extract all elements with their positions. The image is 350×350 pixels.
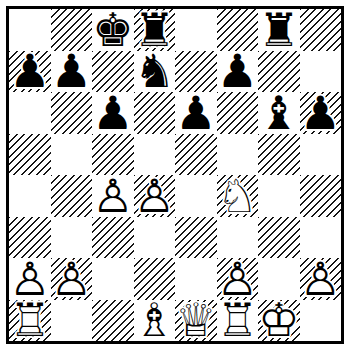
- square-g7[interactable]: [258, 51, 300, 93]
- square-c8[interactable]: ♚♚: [92, 9, 134, 51]
- piece-black-pawn[interactable]: ♟: [92, 92, 134, 134]
- square-a7[interactable]: ♟♟: [9, 51, 51, 93]
- square-a8[interactable]: [9, 9, 51, 51]
- pawn-piece-halo: ♟: [300, 258, 342, 300]
- pawn-piece-halo: ♟: [175, 92, 217, 134]
- piece-black-pawn[interactable]: ♟: [175, 92, 217, 134]
- square-g5[interactable]: [258, 134, 300, 176]
- pawn-piece-halo: ♟: [51, 258, 93, 300]
- piece-white-rook[interactable]: ♖: [9, 300, 51, 342]
- square-e6[interactable]: ♟♟: [175, 92, 217, 134]
- pawn-piece-halo: ♟: [134, 175, 176, 217]
- square-b3[interactable]: [51, 217, 93, 259]
- square-e5[interactable]: [175, 134, 217, 176]
- piece-white-bishop[interactable]: ♗: [134, 300, 176, 342]
- pawn-piece-halo: ♟: [217, 51, 259, 93]
- square-d8[interactable]: ♜♜: [134, 9, 176, 51]
- square-f4[interactable]: ♞♘: [217, 175, 259, 217]
- piece-white-pawn[interactable]: ♙: [51, 258, 93, 300]
- piece-white-knight[interactable]: ♘: [217, 175, 259, 217]
- square-c7[interactable]: [92, 51, 134, 93]
- square-d6[interactable]: [134, 92, 176, 134]
- square-h4[interactable]: [300, 175, 342, 217]
- rook-piece-halo: ♜: [258, 9, 300, 51]
- square-e8[interactable]: [175, 9, 217, 51]
- square-f8[interactable]: [217, 9, 259, 51]
- square-d7[interactable]: ♞♞: [134, 51, 176, 93]
- pawn-piece-halo: ♟: [92, 175, 134, 217]
- square-e7[interactable]: [175, 51, 217, 93]
- piece-black-bishop[interactable]: ♝: [258, 92, 300, 134]
- bishop-piece-halo: ♝: [134, 300, 176, 342]
- pawn-piece-halo: ♟: [300, 92, 342, 134]
- square-f1[interactable]: ♜♖: [217, 300, 259, 342]
- square-g6[interactable]: ♝♝: [258, 92, 300, 134]
- square-f7[interactable]: ♟♟: [217, 51, 259, 93]
- piece-black-pawn[interactable]: ♟: [300, 92, 342, 134]
- piece-black-pawn[interactable]: ♟: [9, 51, 51, 93]
- square-b1[interactable]: [51, 300, 93, 342]
- square-c2[interactable]: [92, 258, 134, 300]
- square-b5[interactable]: [51, 134, 93, 176]
- knight-piece-halo: ♞: [217, 175, 259, 217]
- rook-piece-halo: ♜: [9, 300, 51, 342]
- pawn-piece-halo: ♟: [51, 51, 93, 93]
- square-h6[interactable]: ♟♟: [300, 92, 342, 134]
- square-d3[interactable]: [134, 217, 176, 259]
- square-b4[interactable]: [51, 175, 93, 217]
- piece-black-rook[interactable]: ♜: [258, 9, 300, 51]
- square-c5[interactable]: [92, 134, 134, 176]
- square-c1[interactable]: [92, 300, 134, 342]
- square-d4[interactable]: ♟♙: [134, 175, 176, 217]
- square-a2[interactable]: ♟♙: [9, 258, 51, 300]
- chess-diagram-page: ♚♚♜♜♜♜♟♟♟♟♞♞♟♟♟♟♟♟♝♝♟♟♟♙♟♙♞♘♟♙♟♙♟♙♟♙♜♖♝♗…: [0, 0, 350, 350]
- piece-white-pawn[interactable]: ♙: [217, 258, 259, 300]
- square-d5[interactable]: [134, 134, 176, 176]
- piece-white-queen[interactable]: ♕: [175, 300, 217, 342]
- pawn-piece-halo: ♟: [92, 92, 134, 134]
- square-h8[interactable]: [300, 9, 342, 51]
- square-g3[interactable]: [258, 217, 300, 259]
- piece-black-pawn[interactable]: ♟: [217, 51, 259, 93]
- square-b8[interactable]: [51, 9, 93, 51]
- square-g2[interactable]: [258, 258, 300, 300]
- square-b7[interactable]: ♟♟: [51, 51, 93, 93]
- piece-white-pawn[interactable]: ♙: [9, 258, 51, 300]
- chess-board-frame: ♚♚♜♜♜♜♟♟♟♟♞♞♟♟♟♟♟♟♝♝♟♟♟♙♟♙♞♘♟♙♟♙♟♙♟♙♜♖♝♗…: [6, 6, 344, 344]
- square-e2[interactable]: [175, 258, 217, 300]
- square-g1[interactable]: ♚♔: [258, 300, 300, 342]
- square-e4[interactable]: [175, 175, 217, 217]
- square-d2[interactable]: [134, 258, 176, 300]
- piece-black-knight[interactable]: ♞: [134, 51, 176, 93]
- square-h2[interactable]: ♟♙: [300, 258, 342, 300]
- piece-white-rook[interactable]: ♖: [217, 300, 259, 342]
- square-f6[interactable]: [217, 92, 259, 134]
- queen-piece-halo: ♛: [175, 300, 217, 342]
- square-d1[interactable]: ♝♗: [134, 300, 176, 342]
- rook-piece-halo: ♜: [134, 9, 176, 51]
- square-e3[interactable]: [175, 217, 217, 259]
- square-a6[interactable]: [9, 92, 51, 134]
- piece-white-pawn[interactable]: ♙: [92, 175, 134, 217]
- pawn-piece-halo: ♟: [217, 258, 259, 300]
- square-f3[interactable]: [217, 217, 259, 259]
- square-h5[interactable]: [300, 134, 342, 176]
- square-h1[interactable]: [300, 300, 342, 342]
- chess-board: ♚♚♜♜♜♜♟♟♟♟♞♞♟♟♟♟♟♟♝♝♟♟♟♙♟♙♞♘♟♙♟♙♟♙♟♙♜♖♝♗…: [9, 9, 341, 341]
- rook-piece-halo: ♜: [217, 300, 259, 342]
- square-b2[interactable]: ♟♙: [51, 258, 93, 300]
- square-c6[interactable]: ♟♟: [92, 92, 134, 134]
- bishop-piece-halo: ♝: [258, 92, 300, 134]
- piece-white-king[interactable]: ♔: [258, 300, 300, 342]
- square-a5[interactable]: [9, 134, 51, 176]
- king-piece-halo: ♚: [258, 300, 300, 342]
- square-h3[interactable]: [300, 217, 342, 259]
- square-a4[interactable]: [9, 175, 51, 217]
- square-h7[interactable]: [300, 51, 342, 93]
- square-a1[interactable]: ♜♖: [9, 300, 51, 342]
- pawn-piece-halo: ♟: [9, 51, 51, 93]
- piece-white-pawn[interactable]: ♙: [300, 258, 342, 300]
- knight-piece-halo: ♞: [134, 51, 176, 93]
- king-piece-halo: ♚: [92, 9, 134, 51]
- piece-white-pawn[interactable]: ♙: [134, 175, 176, 217]
- pawn-piece-halo: ♟: [9, 258, 51, 300]
- square-f5[interactable]: [217, 134, 259, 176]
- square-c3[interactable]: [92, 217, 134, 259]
- square-e1[interactable]: ♛♕: [175, 300, 217, 342]
- square-a3[interactable]: [9, 217, 51, 259]
- piece-black-king[interactable]: ♚: [92, 9, 134, 51]
- square-c4[interactable]: ♟♙: [92, 175, 134, 217]
- square-g8[interactable]: ♜♜: [258, 9, 300, 51]
- piece-black-rook[interactable]: ♜: [134, 9, 176, 51]
- square-g4[interactable]: [258, 175, 300, 217]
- piece-black-pawn[interactable]: ♟: [51, 51, 93, 93]
- square-f2[interactable]: ♟♙: [217, 258, 259, 300]
- square-b6[interactable]: [51, 92, 93, 134]
